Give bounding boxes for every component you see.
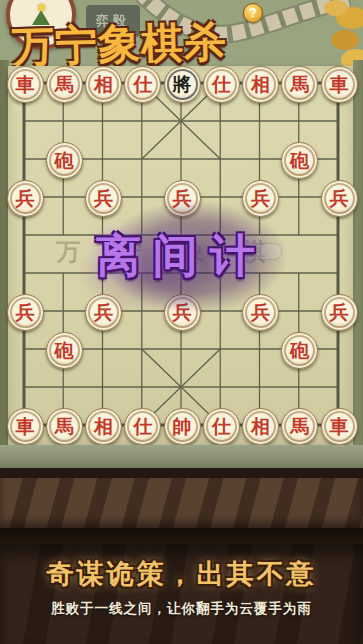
plank-gap — [0, 528, 363, 544]
piece-red-b[interactable]: 相 — [242, 408, 279, 445]
piece-red-b[interactable]: 相 — [242, 66, 279, 103]
piece-red-r[interactable]: 車 — [7, 408, 44, 445]
piece-red-p[interactable]: 兵 — [321, 294, 358, 331]
piece-red-p[interactable]: 兵 — [321, 180, 358, 217]
piece-red-r[interactable]: 車 — [321, 408, 358, 445]
star-icon — [38, 4, 45, 11]
piece-red-n[interactable]: 馬 — [281, 66, 318, 103]
plank-edge — [0, 468, 363, 478]
piece-red-n[interactable]: 馬 — [281, 408, 318, 445]
piece-red-r[interactable]: 車 — [321, 66, 358, 103]
piece-red-b[interactable]: 相 — [85, 408, 122, 445]
ground-strip — [0, 445, 363, 470]
piece-red-p[interactable]: 兵 — [7, 180, 44, 217]
piece-red-c[interactable]: 砲 — [281, 332, 318, 369]
piece-red-n[interactable]: 馬 — [46, 66, 83, 103]
help-button[interactable]: ? — [243, 3, 263, 23]
piece-red-c[interactable]: 砲 — [46, 142, 83, 179]
plank — [0, 478, 363, 528]
piece-red-r[interactable]: 車 — [7, 66, 44, 103]
piece-red-c[interactable]: 砲 — [281, 142, 318, 179]
piece-red-a[interactable]: 仕 — [203, 66, 240, 103]
footer-headline: 奇谋诡策，出其不意 — [0, 556, 363, 592]
piece-red-a[interactable]: 仕 — [203, 408, 240, 445]
footer-subline: 胜败于一线之间，让你翻手为云覆手为雨 — [0, 600, 363, 618]
piece-black-k[interactable]: 將 — [164, 66, 201, 103]
piece-red-k[interactable]: 帥 — [164, 408, 201, 445]
piece-red-b[interactable]: 相 — [85, 66, 122, 103]
piece-red-a[interactable]: 仕 — [124, 66, 161, 103]
piece-red-c[interactable]: 砲 — [46, 332, 83, 369]
piece-red-p[interactable]: 兵 — [7, 294, 44, 331]
piece-red-a[interactable]: 仕 — [124, 408, 161, 445]
puzzle-title: 离间计 — [0, 226, 363, 286]
game-screen: 弈毅 万宁象棋杀 ? 万宁象棋 車馬相仕將仕相馬車砲砲兵兵兵兵兵兵兵兵兵兵砲砲車… — [0, 0, 363, 644]
piece-red-n[interactable]: 馬 — [46, 408, 83, 445]
